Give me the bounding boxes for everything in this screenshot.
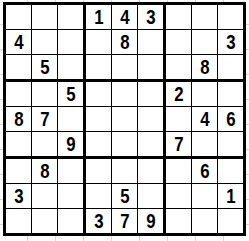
cell-r9c3[interactable] — [58, 209, 86, 233]
given-digit: 8 — [40, 160, 49, 182]
cell-r2c1[interactable]: 4 — [6, 30, 32, 55]
cell-r7c7[interactable] — [166, 159, 192, 184]
cell-r3c8[interactable]: 8 — [192, 55, 218, 82]
cell-r5c3[interactable] — [58, 107, 86, 132]
cell-r4c2[interactable] — [32, 82, 58, 107]
cell-r9c8[interactable] — [192, 209, 218, 233]
cell-r3c9[interactable] — [218, 55, 243, 82]
cell-r6c9[interactable] — [218, 132, 243, 159]
given-digit: 8 — [120, 31, 129, 53]
cell-r5c2[interactable]: 7 — [32, 107, 58, 132]
cell-r2c9[interactable]: 3 — [218, 30, 243, 55]
given-digit: 3 — [146, 6, 155, 28]
cell-r3c3[interactable] — [58, 55, 86, 82]
cell-r8c8[interactable] — [192, 184, 218, 209]
cell-r1c2[interactable] — [32, 5, 58, 30]
cell-r8c4[interactable] — [86, 184, 112, 209]
given-digit: 3 — [226, 31, 235, 53]
cell-r6c6[interactable] — [138, 132, 166, 159]
cell-r6c2[interactable] — [32, 132, 58, 159]
cell-r3c1[interactable] — [6, 55, 32, 82]
cell-r8c2[interactable] — [32, 184, 58, 209]
cell-r6c3[interactable]: 9 — [58, 132, 86, 159]
cell-r6c7[interactable]: 7 — [166, 132, 192, 159]
cell-r7c8[interactable]: 6 — [192, 159, 218, 184]
cell-r2c8[interactable] — [192, 30, 218, 55]
cell-r1c3[interactable] — [58, 5, 86, 30]
cell-r8c1[interactable]: 3 — [6, 184, 32, 209]
cell-r8c6[interactable] — [138, 184, 166, 209]
given-digit: 3 — [14, 185, 23, 207]
cell-r2c6[interactable] — [138, 30, 166, 55]
cell-r7c6[interactable] — [138, 159, 166, 184]
cell-r7c3[interactable] — [58, 159, 86, 184]
cell-r9c9[interactable] — [218, 209, 243, 233]
given-digit: 4 — [200, 108, 209, 130]
cell-r5c7[interactable] — [166, 107, 192, 132]
given-digit: 6 — [200, 160, 209, 182]
cell-r4c6[interactable] — [138, 82, 166, 107]
cell-r6c8[interactable] — [192, 132, 218, 159]
given-digit: 7 — [174, 133, 183, 155]
cell-r7c1[interactable] — [6, 159, 32, 184]
cell-r2c4[interactable] — [86, 30, 112, 55]
given-digit: 3 — [94, 210, 103, 232]
cell-r8c5[interactable]: 5 — [112, 184, 138, 209]
given-digit: 5 — [120, 185, 129, 207]
given-digit: 9 — [146, 210, 155, 232]
cell-r8c7[interactable] — [166, 184, 192, 209]
cell-r1c4[interactable]: 1 — [86, 5, 112, 30]
cell-r7c4[interactable] — [86, 159, 112, 184]
given-digit: 7 — [40, 108, 49, 130]
cell-r5c5[interactable] — [112, 107, 138, 132]
cell-r2c3[interactable] — [58, 30, 86, 55]
given-digit: 1 — [226, 185, 235, 207]
cell-r1c5[interactable]: 4 — [112, 5, 138, 30]
cell-r5c1[interactable]: 8 — [6, 107, 32, 132]
cell-r9c7[interactable] — [166, 209, 192, 233]
cell-r1c6[interactable]: 3 — [138, 5, 166, 30]
cell-r9c1[interactable] — [6, 209, 32, 233]
cell-r9c5[interactable]: 7 — [112, 209, 138, 233]
given-digit: 8 — [14, 108, 23, 130]
cell-r1c1[interactable] — [6, 5, 32, 30]
cell-r6c4[interactable] — [86, 132, 112, 159]
given-digit: 5 — [40, 56, 49, 78]
cell-r3c4[interactable] — [86, 55, 112, 82]
cell-r2c7[interactable] — [166, 30, 192, 55]
cell-r7c2[interactable]: 8 — [32, 159, 58, 184]
cell-r3c6[interactable] — [138, 55, 166, 82]
cell-r1c8[interactable] — [192, 5, 218, 30]
given-digit: 7 — [120, 210, 129, 232]
cell-r5c6[interactable] — [138, 107, 166, 132]
cell-r4c3[interactable]: 5 — [58, 82, 86, 107]
cell-r8c9[interactable]: 1 — [218, 184, 243, 209]
cell-r4c7[interactable]: 2 — [166, 82, 192, 107]
cell-r2c2[interactable] — [32, 30, 58, 55]
cell-r6c5[interactable] — [112, 132, 138, 159]
given-digit: 4 — [14, 31, 23, 53]
given-digit: 2 — [174, 83, 183, 105]
cell-r3c7[interactable] — [166, 55, 192, 82]
cell-r4c5[interactable] — [112, 82, 138, 107]
cell-r4c4[interactable] — [86, 82, 112, 107]
cell-r7c9[interactable] — [218, 159, 243, 184]
given-digit: 5 — [66, 83, 75, 105]
cell-r1c9[interactable] — [218, 5, 243, 30]
cell-r5c9[interactable]: 6 — [218, 107, 243, 132]
cell-r6c1[interactable] — [6, 132, 32, 159]
cell-r8c3[interactable] — [58, 184, 86, 209]
cell-r1c7[interactable] — [166, 5, 192, 30]
cell-r4c9[interactable] — [218, 82, 243, 107]
cell-r3c5[interactable] — [112, 55, 138, 82]
given-digit: 8 — [200, 56, 209, 78]
cell-r9c4[interactable]: 3 — [86, 209, 112, 233]
cell-r9c2[interactable] — [32, 209, 58, 233]
sudoku-board: 143483585287469786351379 — [3, 2, 246, 236]
cell-r2c5[interactable]: 8 — [112, 30, 138, 55]
given-digit: 9 — [66, 133, 75, 155]
given-digit: 1 — [94, 6, 103, 28]
cell-r5c8[interactable]: 4 — [192, 107, 218, 132]
cell-r9c6[interactable]: 9 — [138, 209, 166, 233]
cell-r4c1[interactable] — [6, 82, 32, 107]
cell-r4c8[interactable] — [192, 82, 218, 107]
cell-r3c2[interactable]: 5 — [32, 55, 58, 82]
cell-r7c5[interactable] — [112, 159, 138, 184]
cell-r5c4[interactable] — [86, 107, 112, 132]
given-digit: 6 — [226, 108, 235, 130]
given-digit: 4 — [120, 6, 129, 28]
